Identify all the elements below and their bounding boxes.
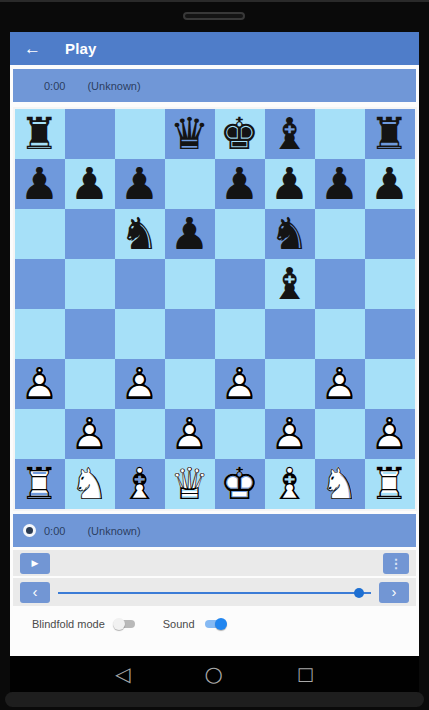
square-c4[interactable] <box>115 309 165 359</box>
square-b8[interactable] <box>65 109 115 159</box>
device-chin <box>5 692 424 707</box>
square-e4[interactable] <box>215 309 265 359</box>
square-d6[interactable]: ♟ <box>165 209 215 259</box>
nav-recents-icon[interactable]: □ <box>297 665 314 683</box>
overflow-menu-button[interactable]: ⋮ <box>383 553 409 574</box>
square-d3[interactable] <box>165 359 215 409</box>
black-pawn: ♟ <box>15 159 65 209</box>
nav-home-icon[interactable]: ○ <box>205 664 223 685</box>
nav-back-icon[interactable]: ◁ <box>115 664 130 684</box>
turn-radio-selected[interactable] <box>23 524 36 537</box>
own-clock: 0:00 <box>44 525 65 537</box>
white-pawn: ♟♙ <box>165 409 215 459</box>
app-bar: ← Play <box>10 32 419 65</box>
square-a1[interactable]: ♜♖ <box>15 459 65 509</box>
tablet-frame: ← Play 0:00 (Unknown) ♜♛♚♝♜♟♟♟♟♟♟♟♞♟♞♝♟♙… <box>0 0 429 710</box>
square-c5[interactable] <box>115 259 165 309</box>
square-f5[interactable]: ♝ <box>265 259 315 309</box>
square-g8[interactable] <box>315 109 365 159</box>
chess-app: ← Play 0:00 (Unknown) ♜♛♚♝♜♟♟♟♟♟♟♟♞♟♞♝♟♙… <box>10 32 419 656</box>
black-knight: ♞ <box>265 209 315 259</box>
square-f6[interactable]: ♞ <box>265 209 315 259</box>
white-king: ♚♔ <box>215 459 265 509</box>
square-b6[interactable] <box>65 209 115 259</box>
play-icon: ▶ <box>32 558 39 568</box>
square-b3[interactable] <box>65 359 115 409</box>
white-pawn: ♟♙ <box>15 359 65 409</box>
square-c1[interactable]: ♝♗ <box>115 459 165 509</box>
white-pawn: ♟♙ <box>65 409 115 459</box>
overflow-menu-icon: ⋮ <box>390 556 403 571</box>
square-a7[interactable]: ♟ <box>15 159 65 209</box>
square-h3[interactable] <box>365 359 415 409</box>
square-c3[interactable]: ♟♙ <box>115 359 165 409</box>
white-pawn: ♟♙ <box>365 409 415 459</box>
move-slider[interactable] <box>58 582 371 603</box>
square-f2[interactable]: ♟♙ <box>265 409 315 459</box>
slider-track <box>58 592 371 594</box>
square-h4[interactable] <box>365 309 415 359</box>
square-g3[interactable]: ♟♙ <box>315 359 365 409</box>
square-e7[interactable]: ♟ <box>215 159 265 209</box>
square-f3[interactable] <box>265 359 315 409</box>
black-pawn: ♟ <box>315 159 365 209</box>
blindfold-toggle[interactable] <box>113 618 137 630</box>
square-c7[interactable]: ♟ <box>115 159 165 209</box>
black-pawn: ♟ <box>115 159 165 209</box>
square-a8[interactable]: ♜ <box>15 109 65 159</box>
square-a2[interactable] <box>15 409 65 459</box>
square-h6[interactable] <box>365 209 415 259</box>
game-toolbar: ▶ ⋮ <box>13 550 416 576</box>
own-player-bar[interactable]: 0:00 (Unknown) <box>13 514 416 547</box>
square-g2[interactable] <box>315 409 365 459</box>
square-g5[interactable] <box>315 259 365 309</box>
square-b7[interactable]: ♟ <box>65 159 115 209</box>
square-e5[interactable] <box>215 259 265 309</box>
square-e6[interactable] <box>215 209 265 259</box>
square-h7[interactable]: ♟ <box>365 159 415 209</box>
square-a4[interactable] <box>15 309 65 359</box>
black-pawn: ♟ <box>165 209 215 259</box>
square-f7[interactable]: ♟ <box>265 159 315 209</box>
slider-thumb[interactable] <box>354 588 364 598</box>
white-knight: ♞♘ <box>65 459 115 509</box>
android-nav-bar: ◁ ○ □ <box>10 656 419 692</box>
square-e8[interactable]: ♚ <box>215 109 265 159</box>
square-b2[interactable]: ♟♙ <box>65 409 115 459</box>
square-a6[interactable] <box>15 209 65 259</box>
own-name: (Unknown) <box>87 525 140 537</box>
white-rook: ♜♖ <box>365 459 415 509</box>
black-rook: ♜ <box>365 109 415 159</box>
play-button[interactable]: ▶ <box>20 553 50 574</box>
black-pawn: ♟ <box>215 159 265 209</box>
square-e1[interactable]: ♚♔ <box>215 459 265 509</box>
square-h2[interactable]: ♟♙ <box>365 409 415 459</box>
square-g4[interactable] <box>315 309 365 359</box>
app-screen: ← Play 0:00 (Unknown) ♜♛♚♝♜♟♟♟♟♟♟♟♞♟♞♝♟♙… <box>10 32 419 692</box>
square-b1[interactable]: ♞♘ <box>65 459 115 509</box>
square-c6[interactable]: ♞ <box>115 209 165 259</box>
black-pawn: ♟ <box>65 159 115 209</box>
square-d7[interactable] <box>165 159 215 209</box>
square-a3[interactable]: ♟♙ <box>15 359 65 409</box>
square-g7[interactable]: ♟ <box>315 159 365 209</box>
white-knight: ♞♘ <box>315 459 365 509</box>
square-e3[interactable]: ♟♙ <box>215 359 265 409</box>
square-d8[interactable]: ♛ <box>165 109 215 159</box>
white-pawn: ♟♙ <box>265 409 315 459</box>
white-pawn: ♟♙ <box>215 359 265 409</box>
white-queen: ♛♕ <box>165 459 215 509</box>
chevron-left-icon: ‹ <box>33 584 38 599</box>
square-f8[interactable]: ♝ <box>265 109 315 159</box>
white-pawn: ♟♙ <box>115 359 165 409</box>
square-d2[interactable]: ♟♙ <box>165 409 215 459</box>
opponent-clock: 0:00 <box>44 80 65 92</box>
square-b5[interactable] <box>65 259 115 309</box>
chevron-right-icon: › <box>392 584 397 599</box>
white-rook: ♜♖ <box>15 459 65 509</box>
square-h5[interactable] <box>365 259 415 309</box>
square-b4[interactable] <box>65 309 115 359</box>
white-bishop: ♝♗ <box>265 459 315 509</box>
next-move-button[interactable]: › <box>379 582 409 603</box>
square-c8[interactable] <box>115 109 165 159</box>
opponent-player-bar[interactable]: 0:00 (Unknown) <box>13 69 416 102</box>
square-g6[interactable] <box>315 209 365 259</box>
square-f1[interactable]: ♝♗ <box>265 459 315 509</box>
white-pawn: ♟♙ <box>315 359 365 409</box>
black-bishop: ♝ <box>265 109 315 159</box>
square-d1[interactable]: ♛♕ <box>165 459 215 509</box>
square-a5[interactable] <box>15 259 65 309</box>
sound-label: Sound <box>163 618 195 630</box>
square-h1[interactable]: ♜♖ <box>365 459 415 509</box>
opponent-name: (Unknown) <box>87 80 140 92</box>
square-h8[interactable]: ♜ <box>365 109 415 159</box>
square-d4[interactable] <box>165 309 215 359</box>
chess-board: ♜♛♚♝♜♟♟♟♟♟♟♟♞♟♞♝♟♙♟♙♟♙♟♙♟♙♟♙♟♙♟♙♜♖♞♘♝♗♛♕… <box>13 107 417 511</box>
square-c2[interactable] <box>115 409 165 459</box>
square-f4[interactable] <box>265 309 315 359</box>
blindfold-label: Blindfold mode <box>32 618 105 630</box>
square-e2[interactable] <box>215 409 265 459</box>
back-arrow-icon[interactable]: ← <box>24 40 41 57</box>
square-d5[interactable] <box>165 259 215 309</box>
black-knight: ♞ <box>115 209 165 259</box>
white-bishop: ♝♗ <box>115 459 165 509</box>
move-navigation-row: ‹ › <box>13 578 416 606</box>
settings-row: Blindfold mode Sound <box>10 610 419 638</box>
black-pawn: ♟ <box>265 159 315 209</box>
black-queen: ♛ <box>165 109 215 159</box>
sound-toggle[interactable] <box>203 618 227 630</box>
front-speaker-grille <box>183 12 245 20</box>
black-rook: ♜ <box>15 109 65 159</box>
page-title: Play <box>65 40 97 57</box>
black-pawn: ♟ <box>365 159 415 209</box>
prev-move-button[interactable]: ‹ <box>20 582 50 603</box>
black-king: ♚ <box>215 109 265 159</box>
black-bishop: ♝ <box>265 259 315 309</box>
square-g1[interactable]: ♞♘ <box>315 459 365 509</box>
